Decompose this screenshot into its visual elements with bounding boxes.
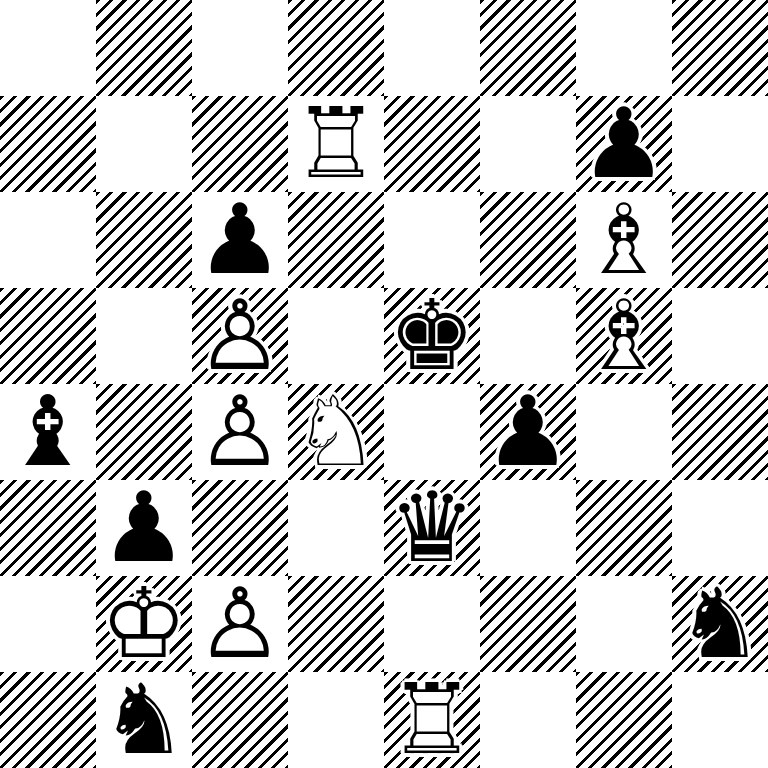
- white-bishop: ♝♗: [576, 192, 672, 288]
- queen-glyph-fill: ♛: [384, 480, 480, 576]
- black-pawn: ♟: [192, 192, 288, 288]
- square-b5[interactable]: [96, 288, 192, 384]
- bishop-glyph-fill: ♝: [0, 384, 96, 480]
- square-b4[interactable]: [96, 384, 192, 480]
- square-c7[interactable]: [192, 96, 288, 192]
- square-e1[interactable]: ♜♖: [384, 672, 480, 768]
- pawn-glyph-fill: ♟: [576, 96, 672, 192]
- square-h8[interactable]: [672, 0, 768, 96]
- square-f5[interactable]: [480, 288, 576, 384]
- white-pawn: ♟♙: [192, 384, 288, 480]
- black-knight: ♞: [96, 672, 192, 768]
- pawn-glyph-fill: ♟: [480, 384, 576, 480]
- rook-glyph-outline: ♖: [288, 96, 384, 192]
- square-e2[interactable]: [384, 576, 480, 672]
- square-f2[interactable]: [480, 576, 576, 672]
- square-a3[interactable]: [0, 480, 96, 576]
- square-g6[interactable]: ♝♗: [576, 192, 672, 288]
- pawn-glyph-fill: ♟: [192, 192, 288, 288]
- square-b7[interactable]: [96, 96, 192, 192]
- square-g4[interactable]: [576, 384, 672, 480]
- square-c2[interactable]: ♟♙: [192, 576, 288, 672]
- square-b1[interactable]: ♞: [96, 672, 192, 768]
- square-f6[interactable]: [480, 192, 576, 288]
- white-rook: ♜♖: [384, 672, 480, 768]
- square-b6[interactable]: [96, 192, 192, 288]
- square-f1[interactable]: [480, 672, 576, 768]
- square-f8[interactable]: [480, 0, 576, 96]
- square-h7[interactable]: [672, 96, 768, 192]
- square-h1[interactable]: [672, 672, 768, 768]
- black-pawn: ♟: [480, 384, 576, 480]
- black-pawn: ♟: [96, 480, 192, 576]
- square-g3[interactable]: [576, 480, 672, 576]
- pawn-glyph-outline: ♙: [192, 384, 288, 480]
- white-rook: ♜♖: [288, 96, 384, 192]
- black-bishop: ♝: [0, 384, 96, 480]
- rook-glyph-outline: ♖: [384, 672, 480, 768]
- square-e7[interactable]: [384, 96, 480, 192]
- chessboard: ♜♖♟♟♝♗♟♙♚♝♗♝♟♙♞♘♟♟♛♚♔♟♙♞♞♜♖: [0, 0, 768, 768]
- white-king: ♚♔: [96, 576, 192, 672]
- square-c6[interactable]: ♟: [192, 192, 288, 288]
- square-b2[interactable]: ♚♔: [96, 576, 192, 672]
- square-c8[interactable]: [192, 0, 288, 96]
- square-e8[interactable]: [384, 0, 480, 96]
- knight-glyph-fill: ♞: [672, 576, 768, 672]
- square-a2[interactable]: [0, 576, 96, 672]
- square-a7[interactable]: [0, 96, 96, 192]
- square-h4[interactable]: [672, 384, 768, 480]
- square-d4[interactable]: ♞♘: [288, 384, 384, 480]
- white-pawn: ♟♙: [192, 288, 288, 384]
- square-h5[interactable]: [672, 288, 768, 384]
- square-d3[interactable]: [288, 480, 384, 576]
- bishop-glyph-outline: ♗: [576, 288, 672, 384]
- square-g2[interactable]: [576, 576, 672, 672]
- square-f7[interactable]: [480, 96, 576, 192]
- square-b3[interactable]: ♟: [96, 480, 192, 576]
- pawn-glyph-outline: ♙: [192, 288, 288, 384]
- square-a5[interactable]: [0, 288, 96, 384]
- square-c4[interactable]: ♟♙: [192, 384, 288, 480]
- king-glyph-outline: ♔: [96, 576, 192, 672]
- square-g8[interactable]: [576, 0, 672, 96]
- square-e5[interactable]: ♚: [384, 288, 480, 384]
- black-knight: ♞: [672, 576, 768, 672]
- square-e6[interactable]: [384, 192, 480, 288]
- square-d8[interactable]: [288, 0, 384, 96]
- black-queen: ♛: [384, 480, 480, 576]
- white-bishop: ♝♗: [576, 288, 672, 384]
- square-c5[interactable]: ♟♙: [192, 288, 288, 384]
- square-d7[interactable]: ♜♖: [288, 96, 384, 192]
- square-h6[interactable]: [672, 192, 768, 288]
- square-d1[interactable]: [288, 672, 384, 768]
- black-pawn: ♟: [576, 96, 672, 192]
- white-pawn: ♟♙: [192, 576, 288, 672]
- square-e3[interactable]: ♛: [384, 480, 480, 576]
- square-c3[interactable]: [192, 480, 288, 576]
- square-e4[interactable]: [384, 384, 480, 480]
- pawn-glyph-fill: ♟: [96, 480, 192, 576]
- white-knight: ♞♘: [288, 384, 384, 480]
- square-b8[interactable]: [96, 0, 192, 96]
- knight-glyph-outline: ♘: [288, 384, 384, 480]
- square-a4[interactable]: ♝: [0, 384, 96, 480]
- square-f3[interactable]: [480, 480, 576, 576]
- square-d6[interactable]: [288, 192, 384, 288]
- square-h3[interactable]: [672, 480, 768, 576]
- square-a8[interactable]: [0, 0, 96, 96]
- square-a6[interactable]: [0, 192, 96, 288]
- knight-glyph-fill: ♞: [96, 672, 192, 768]
- square-d2[interactable]: [288, 576, 384, 672]
- square-a1[interactable]: [0, 672, 96, 768]
- square-c1[interactable]: [192, 672, 288, 768]
- square-d5[interactable]: [288, 288, 384, 384]
- pawn-glyph-outline: ♙: [192, 576, 288, 672]
- square-f4[interactable]: ♟: [480, 384, 576, 480]
- king-glyph-fill: ♚: [384, 288, 480, 384]
- square-g5[interactable]: ♝♗: [576, 288, 672, 384]
- black-king: ♚: [384, 288, 480, 384]
- square-h2[interactable]: ♞: [672, 576, 768, 672]
- bishop-glyph-outline: ♗: [576, 192, 672, 288]
- square-g1[interactable]: [576, 672, 672, 768]
- square-g7[interactable]: ♟: [576, 96, 672, 192]
